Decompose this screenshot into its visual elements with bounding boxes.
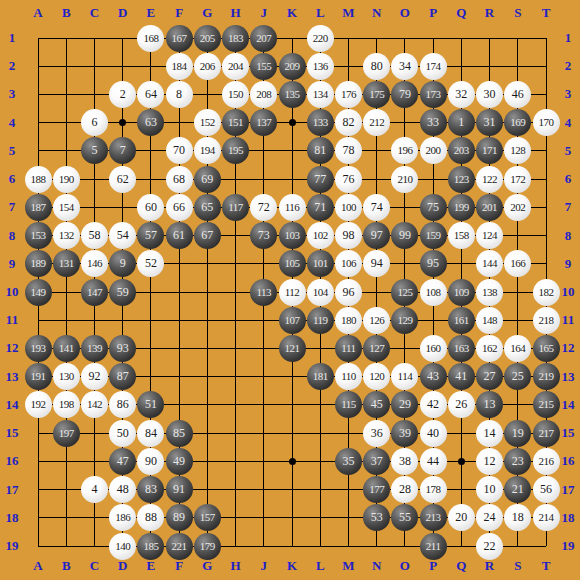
stone-white: 208 — [250, 81, 277, 108]
coord-label-right: 13 — [556, 368, 580, 386]
stone-white: 144 — [476, 250, 503, 277]
stone-black: 81 — [307, 137, 334, 164]
stone-black: 193 — [25, 335, 52, 362]
coord-label-top: M — [339, 4, 357, 22]
coord-label-left: 7 — [0, 198, 24, 216]
stone-black: 75 — [420, 194, 447, 221]
stone-white: 108 — [420, 279, 447, 306]
stone-black: 173 — [420, 81, 447, 108]
stone-white: 6 — [81, 109, 108, 136]
stone-black: 49 — [166, 448, 193, 475]
stone-white: 216 — [533, 448, 560, 475]
coord-label-right: 18 — [556, 509, 580, 527]
stone-black: 139 — [81, 335, 108, 362]
stone-white: 142 — [81, 391, 108, 418]
stone-white: 40 — [420, 420, 447, 447]
stone-black: 55 — [391, 504, 418, 531]
stone-black: 101 — [307, 250, 334, 277]
stone-white: 44 — [420, 448, 447, 475]
stone-white: 62 — [109, 166, 136, 193]
stone-black: 105 — [279, 250, 306, 277]
coord-label-top: L — [311, 4, 329, 22]
stone-black: 179 — [194, 533, 221, 560]
stone-black: 151 — [222, 109, 249, 136]
coord-label-left: 5 — [0, 142, 24, 160]
stone-white: 56 — [533, 476, 560, 503]
coord-label-left: 11 — [0, 311, 24, 329]
stone-white: 18 — [504, 504, 531, 531]
stone-white: 80 — [363, 53, 390, 80]
coord-label-right: 5 — [556, 142, 580, 160]
stone-black: 85 — [166, 420, 193, 447]
stone-white: 164 — [504, 335, 531, 362]
coord-label-top: C — [85, 4, 103, 22]
stone-black: 1 — [448, 109, 475, 136]
stone-black: 123 — [448, 166, 475, 193]
stone-black: 133 — [307, 109, 334, 136]
stone-black: 171 — [476, 137, 503, 164]
stone-white: 126 — [363, 307, 390, 334]
stone-white: 28 — [391, 476, 418, 503]
stone-white: 104 — [307, 279, 334, 306]
stone-white: 58 — [81, 222, 108, 249]
stone-black: 119 — [307, 307, 334, 334]
coord-label-left: 15 — [0, 424, 24, 442]
stone-black: 61 — [166, 222, 193, 249]
stone-white: 132 — [53, 222, 80, 249]
coord-label-left: 4 — [0, 114, 24, 132]
stone-black: 181 — [307, 363, 334, 390]
stone-black: 27 — [476, 363, 503, 390]
stone-white: 102 — [307, 222, 334, 249]
stone-black: 117 — [222, 194, 249, 221]
stone-white: 194 — [194, 137, 221, 164]
stone-black: 213 — [420, 504, 447, 531]
coord-label-left: 10 — [0, 283, 24, 301]
stone-white: 190 — [53, 166, 80, 193]
stone-black: 167 — [166, 25, 193, 52]
stone-black: 97 — [363, 222, 390, 249]
stone-black: 199 — [448, 194, 475, 221]
coord-label-left: 18 — [0, 509, 24, 527]
stone-white: 198 — [53, 391, 80, 418]
coord-label-top: N — [368, 4, 386, 22]
coord-label-left: 17 — [0, 481, 24, 499]
stone-black: 5 — [81, 137, 108, 164]
coord-label-bottom: N — [368, 557, 386, 575]
coord-label-top: Q — [452, 4, 470, 22]
stone-white: 182 — [533, 279, 560, 306]
coord-label-bottom: Q — [452, 557, 470, 575]
stone-white: 12 — [476, 448, 503, 475]
stone-white: 96 — [335, 279, 362, 306]
stone-white: 162 — [476, 335, 503, 362]
coord-label-right: 10 — [556, 283, 580, 301]
coord-label-bottom: P — [424, 557, 442, 575]
stone-white: 150 — [222, 81, 249, 108]
stone-black: 53 — [363, 504, 390, 531]
coord-label-bottom: C — [85, 557, 103, 575]
coord-label-right: 11 — [556, 311, 580, 329]
stone-black: 37 — [363, 448, 390, 475]
stone-black: 177 — [363, 476, 390, 503]
stone-white: 106 — [335, 250, 362, 277]
coord-label-left: 6 — [0, 170, 24, 188]
coord-label-bottom: D — [114, 557, 132, 575]
stone-black: 33 — [420, 109, 447, 136]
stone-white: 188 — [25, 166, 52, 193]
coord-label-bottom: R — [481, 557, 499, 575]
stone-white: 70 — [166, 137, 193, 164]
stone-white: 82 — [335, 109, 362, 136]
stone-white: 192 — [25, 391, 52, 418]
stone-white: 130 — [53, 363, 80, 390]
stone-black: 21 — [504, 476, 531, 503]
stone-black: 103 — [279, 222, 306, 249]
stone-white: 100 — [335, 194, 362, 221]
stone-white: 74 — [363, 194, 390, 221]
stone-black: 149 — [25, 279, 52, 306]
coord-label-top: A — [29, 4, 47, 22]
stone-black: 69 — [194, 166, 221, 193]
stone-black: 41 — [448, 363, 475, 390]
stone-white: 154 — [53, 194, 80, 221]
stone-white: 112 — [279, 279, 306, 306]
stone-black: 95 — [420, 250, 447, 277]
stone-white: 60 — [137, 194, 164, 221]
stone-black: 89 — [166, 504, 193, 531]
coord-label-bottom: K — [283, 557, 301, 575]
stone-black: 29 — [391, 391, 418, 418]
stone-black: 169 — [504, 109, 531, 136]
stone-white: 166 — [504, 250, 531, 277]
coord-label-bottom: J — [255, 557, 273, 575]
stone-black: 201 — [476, 194, 503, 221]
stone-black: 87 — [109, 363, 136, 390]
coord-label-right: 14 — [556, 396, 580, 414]
coord-label-left: 2 — [0, 57, 24, 75]
coord-label-top: D — [114, 4, 132, 22]
coord-label-right: 9 — [556, 255, 580, 273]
stone-black: 153 — [25, 222, 52, 249]
stone-white: 140 — [109, 533, 136, 560]
stone-black: 191 — [25, 363, 52, 390]
stone-black: 43 — [420, 363, 447, 390]
coord-label-right: 7 — [556, 198, 580, 216]
stone-white: 38 — [391, 448, 418, 475]
coord-label-bottom: A — [29, 557, 47, 575]
stone-white: 54 — [109, 222, 136, 249]
stone-white: 92 — [81, 363, 108, 390]
stone-white: 78 — [335, 137, 362, 164]
coord-label-right: 16 — [556, 452, 580, 470]
stone-black: 51 — [137, 391, 164, 418]
stone-black: 73 — [250, 222, 277, 249]
stone-black: 25 — [504, 363, 531, 390]
coord-label-right: 8 — [556, 227, 580, 245]
stone-black: 163 — [448, 335, 475, 362]
coord-label-left: 13 — [0, 368, 24, 386]
stone-white: 148 — [476, 307, 503, 334]
stone-white: 120 — [363, 363, 390, 390]
stone-black: 9 — [109, 250, 136, 277]
stone-black: 159 — [420, 222, 447, 249]
stone-black: 13 — [476, 391, 503, 418]
stone-black: 31 — [476, 109, 503, 136]
stone-white: 218 — [533, 307, 560, 334]
stone-black: 221 — [166, 533, 193, 560]
stone-black: 135 — [279, 81, 306, 108]
star-point — [458, 458, 465, 465]
stone-white: 48 — [109, 476, 136, 503]
coord-label-right: 17 — [556, 481, 580, 499]
stone-black: 115 — [335, 391, 362, 418]
stone-white: 34 — [391, 53, 418, 80]
go-board[interactable]: AABBCCDDEEFFGGHHJJKKLLMMNNOOPPQQRRSSTT11… — [0, 0, 580, 580]
coord-label-right: 6 — [556, 170, 580, 188]
stone-black: 63 — [137, 109, 164, 136]
stone-black: 215 — [533, 391, 560, 418]
stone-white: 98 — [335, 222, 362, 249]
stone-black: 157 — [194, 504, 221, 531]
stone-white: 124 — [476, 222, 503, 249]
stone-black: 77 — [307, 166, 334, 193]
stone-black: 197 — [53, 420, 80, 447]
coord-label-right: 19 — [556, 537, 580, 555]
stone-white: 114 — [391, 363, 418, 390]
stone-white: 186 — [109, 504, 136, 531]
stone-black: 121 — [279, 335, 306, 362]
stone-white: 32 — [448, 81, 475, 108]
coord-label-right: 2 — [556, 57, 580, 75]
stone-black: 161 — [448, 307, 475, 334]
stone-white: 202 — [504, 194, 531, 221]
coord-label-top: H — [227, 4, 245, 22]
coord-label-left: 3 — [0, 85, 24, 103]
stone-white: 168 — [137, 25, 164, 52]
stone-white: 14 — [476, 420, 503, 447]
stone-black: 79 — [391, 81, 418, 108]
coord-label-bottom: T — [537, 557, 555, 575]
stone-white: 160 — [420, 335, 447, 362]
stone-black: 7 — [109, 137, 136, 164]
star-point — [289, 458, 296, 465]
stone-black: 91 — [166, 476, 193, 503]
coord-label-bottom: E — [142, 557, 160, 575]
stone-black: 131 — [53, 250, 80, 277]
stone-white: 212 — [363, 109, 390, 136]
coord-label-bottom: B — [57, 557, 75, 575]
stone-white: 72 — [250, 194, 277, 221]
coord-label-bottom: F — [170, 557, 188, 575]
stone-black: 59 — [109, 279, 136, 306]
stone-white: 68 — [166, 166, 193, 193]
coord-label-bottom: O — [396, 557, 414, 575]
stone-white: 42 — [420, 391, 447, 418]
stone-black: 183 — [222, 25, 249, 52]
stone-white: 10 — [476, 476, 503, 503]
coord-label-top: R — [481, 4, 499, 22]
stone-white: 76 — [335, 166, 362, 193]
coord-label-top: S — [509, 4, 527, 22]
coord-label-top: E — [142, 4, 160, 22]
stone-black: 39 — [391, 420, 418, 447]
stone-black: 185 — [137, 533, 164, 560]
coord-label-bottom: L — [311, 557, 329, 575]
stone-white: 174 — [420, 53, 447, 80]
stone-black: 189 — [25, 250, 52, 277]
coord-label-top: P — [424, 4, 442, 22]
coord-label-left: 9 — [0, 255, 24, 273]
coord-label-top: K — [283, 4, 301, 22]
stone-white: 26 — [448, 391, 475, 418]
stone-black: 211 — [420, 533, 447, 560]
stone-black: 125 — [391, 279, 418, 306]
coord-label-bottom: H — [227, 557, 245, 575]
coord-label-left: 19 — [0, 537, 24, 555]
stone-white: 128 — [504, 137, 531, 164]
stone-black: 219 — [533, 363, 560, 390]
stone-white: 46 — [504, 81, 531, 108]
stone-black: 57 — [137, 222, 164, 249]
stone-black: 155 — [250, 53, 277, 80]
stone-black: 129 — [391, 307, 418, 334]
coord-label-left: 12 — [0, 339, 24, 357]
stone-black: 205 — [194, 25, 221, 52]
coord-label-left: 16 — [0, 452, 24, 470]
stone-white: 214 — [533, 504, 560, 531]
stone-white: 136 — [307, 53, 334, 80]
stone-black: 109 — [448, 279, 475, 306]
stone-black: 147 — [81, 279, 108, 306]
stone-black: 165 — [533, 335, 560, 362]
stone-white: 178 — [420, 476, 447, 503]
stone-white: 4 — [81, 476, 108, 503]
stone-white: 122 — [476, 166, 503, 193]
stone-white: 30 — [476, 81, 503, 108]
star-point — [289, 119, 296, 126]
stone-white: 180 — [335, 307, 362, 334]
stone-black: 47 — [109, 448, 136, 475]
stone-black: 23 — [504, 448, 531, 475]
stone-black: 67 — [194, 222, 221, 249]
coord-label-top: F — [170, 4, 188, 22]
stone-white: 146 — [81, 250, 108, 277]
stone-black: 137 — [250, 109, 277, 136]
coord-label-right: 1 — [556, 29, 580, 47]
stone-white: 204 — [222, 53, 249, 80]
stone-black: 175 — [363, 81, 390, 108]
stone-white: 210 — [391, 166, 418, 193]
coord-label-bottom: M — [339, 557, 357, 575]
coord-label-bottom: G — [198, 557, 216, 575]
stone-white: 22 — [476, 533, 503, 560]
coord-label-top: T — [537, 4, 555, 22]
stone-white: 64 — [137, 81, 164, 108]
stone-black: 83 — [137, 476, 164, 503]
stone-white: 110 — [335, 363, 362, 390]
coord-label-left: 14 — [0, 396, 24, 414]
stone-white: 134 — [307, 81, 334, 108]
stone-black: 195 — [222, 137, 249, 164]
stone-white: 20 — [448, 504, 475, 531]
stone-white: 36 — [363, 420, 390, 447]
stone-black: 93 — [109, 335, 136, 362]
stone-white: 52 — [137, 250, 164, 277]
stone-white: 50 — [109, 420, 136, 447]
coord-label-left: 8 — [0, 227, 24, 245]
coord-label-right: 4 — [556, 114, 580, 132]
stone-white: 206 — [194, 53, 221, 80]
stone-black: 209 — [279, 53, 306, 80]
coord-label-right: 3 — [556, 85, 580, 103]
stone-white: 88 — [137, 504, 164, 531]
stone-black: 111 — [335, 335, 362, 362]
coord-label-top: G — [198, 4, 216, 22]
stone-white: 8 — [166, 81, 193, 108]
stone-white: 152 — [194, 109, 221, 136]
stone-white: 84 — [137, 420, 164, 447]
coord-label-right: 15 — [556, 424, 580, 442]
stone-black: 113 — [250, 279, 277, 306]
stone-white: 66 — [166, 194, 193, 221]
stone-white: 94 — [363, 250, 390, 277]
stone-black: 203 — [448, 137, 475, 164]
stone-white: 158 — [448, 222, 475, 249]
stone-white: 172 — [504, 166, 531, 193]
stone-white: 86 — [109, 391, 136, 418]
coord-label-top: B — [57, 4, 75, 22]
coord-label-right: 12 — [556, 339, 580, 357]
stone-black: 71 — [307, 194, 334, 221]
stone-black: 141 — [53, 335, 80, 362]
stone-white: 184 — [166, 53, 193, 80]
stone-black: 19 — [504, 420, 531, 447]
stone-black: 35 — [335, 448, 362, 475]
stone-white: 200 — [420, 137, 447, 164]
stone-white: 2 — [109, 81, 136, 108]
stone-black: 65 — [194, 194, 221, 221]
stone-white: 220 — [307, 25, 334, 52]
stone-black: 207 — [250, 25, 277, 52]
star-point — [119, 119, 126, 126]
stone-black: 99 — [391, 222, 418, 249]
coord-label-top: O — [396, 4, 414, 22]
coord-label-top: J — [255, 4, 273, 22]
stone-white: 90 — [137, 448, 164, 475]
stone-black: 45 — [363, 391, 390, 418]
stone-black: 217 — [533, 420, 560, 447]
stone-black: 107 — [279, 307, 306, 334]
stone-white: 24 — [476, 504, 503, 531]
stone-white: 170 — [533, 109, 560, 136]
coord-label-bottom: S — [509, 557, 527, 575]
stone-white: 196 — [391, 137, 418, 164]
stone-black: 127 — [363, 335, 390, 362]
stone-white: 138 — [476, 279, 503, 306]
stone-white: 116 — [279, 194, 306, 221]
stone-black: 187 — [25, 194, 52, 221]
coord-label-left: 1 — [0, 29, 24, 47]
stone-white: 176 — [335, 81, 362, 108]
